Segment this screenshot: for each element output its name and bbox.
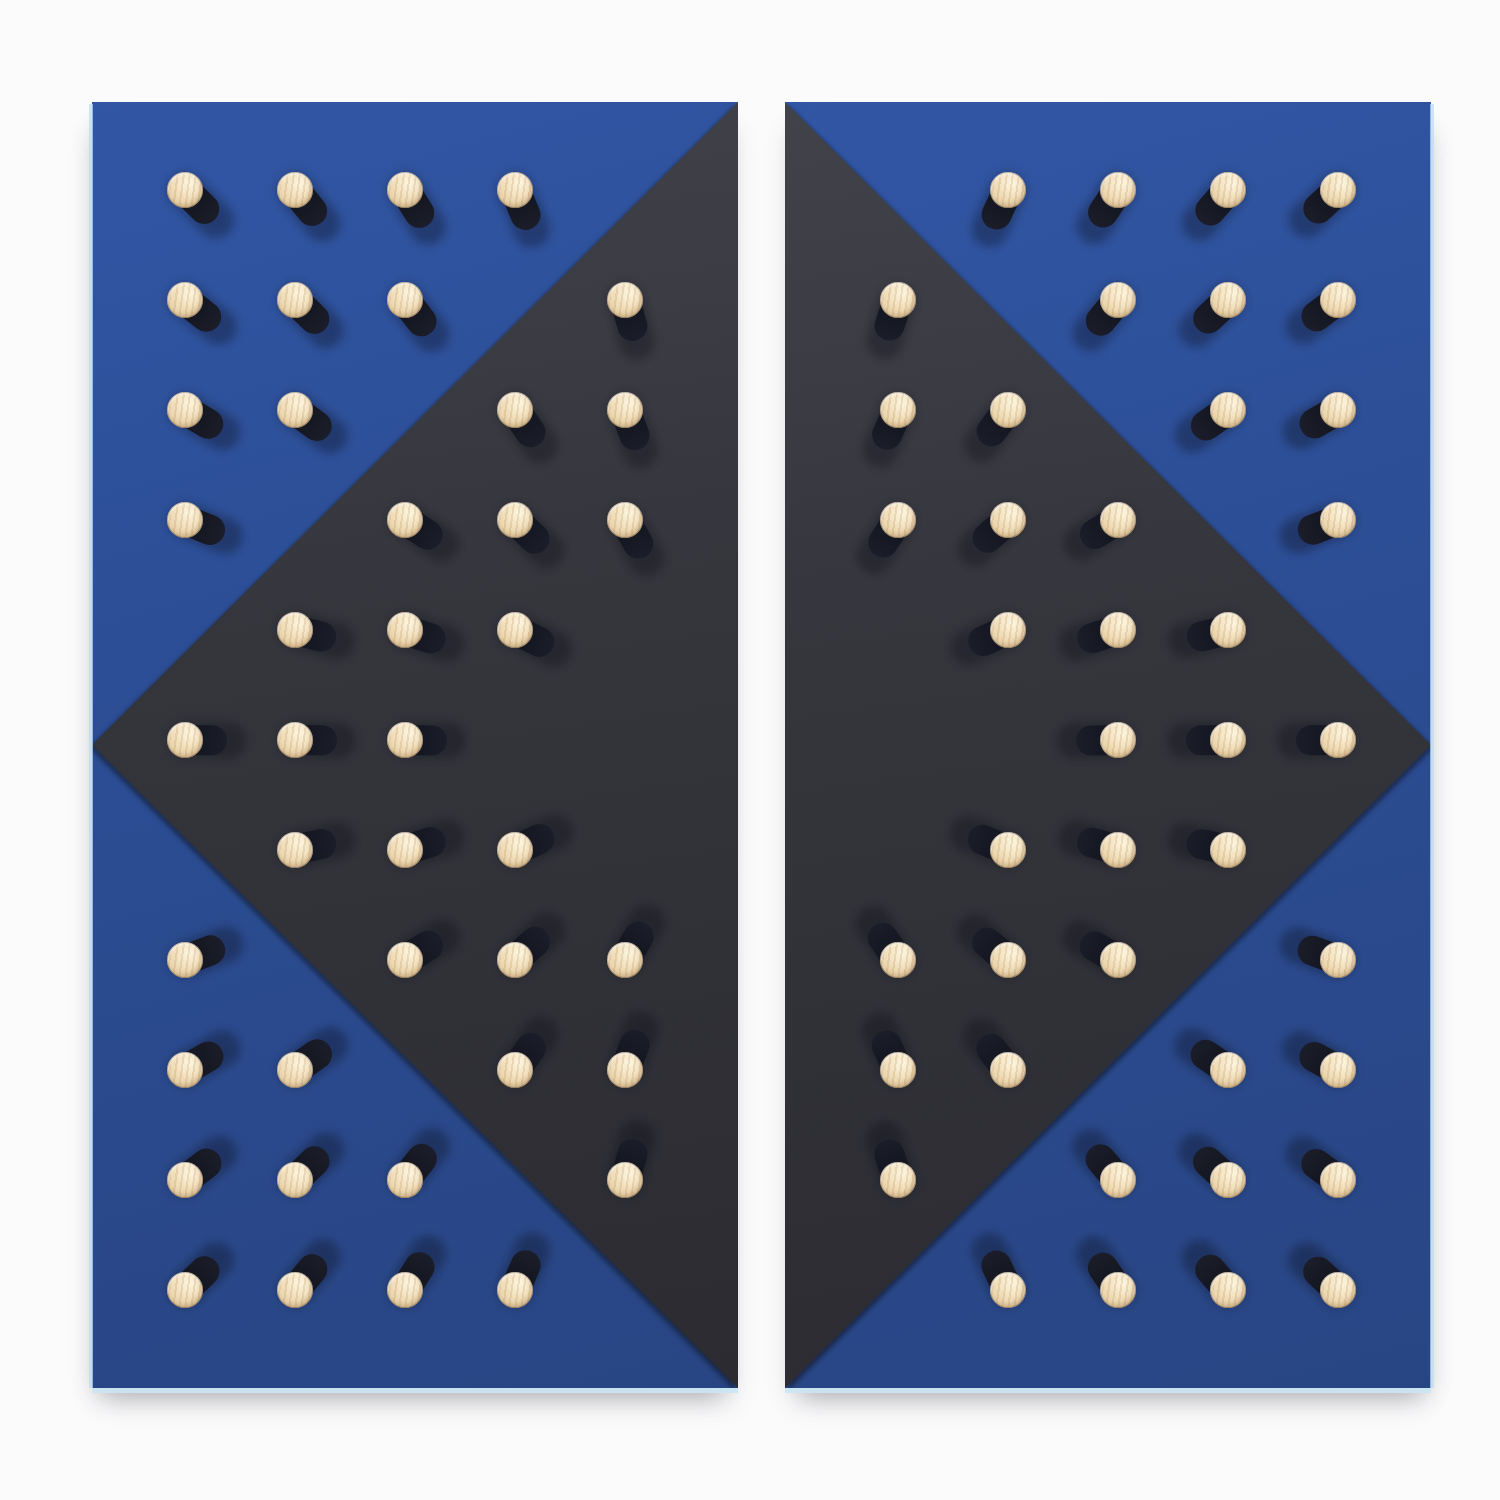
wood-peg[interactable]: [277, 1052, 313, 1088]
board-cell: [570, 465, 680, 575]
wood-peg[interactable]: [1100, 942, 1136, 978]
wood-peg-top: [277, 392, 313, 428]
board-cell: [1283, 685, 1393, 795]
wood-peg[interactable]: [497, 502, 533, 538]
wood-peg[interactable]: [1100, 282, 1136, 318]
wood-peg-top: [1210, 1272, 1246, 1308]
board-cell: [1173, 795, 1283, 905]
wood-peg-top: [607, 1162, 643, 1198]
board-cell: [130, 685, 240, 795]
wood-peg[interactable]: [990, 612, 1026, 648]
board-cell: [240, 135, 350, 245]
board-cell: [1173, 355, 1283, 465]
wood-peg[interactable]: [387, 722, 423, 758]
wood-peg[interactable]: [880, 392, 916, 428]
board-cell: [240, 465, 350, 575]
wood-peg[interactable]: [880, 502, 916, 538]
wood-peg[interactable]: [1320, 722, 1356, 758]
wood-peg-top: [1320, 1162, 1356, 1198]
board-cell: [240, 685, 350, 795]
board-cell: [1063, 905, 1173, 1015]
board-cell: [953, 465, 1063, 575]
wood-peg-top: [277, 1052, 313, 1088]
wood-peg[interactable]: [497, 392, 533, 428]
right-panel-bottom-edge: [785, 1388, 1431, 1393]
board-cell: [953, 135, 1063, 245]
wood-peg-top: [497, 172, 533, 208]
board-cell: [460, 1015, 570, 1125]
board-cell: [1063, 135, 1173, 245]
wood-peg[interactable]: [277, 172, 313, 208]
board-cell: [460, 245, 570, 355]
wood-peg-top: [387, 942, 423, 978]
board-cell: [953, 355, 1063, 465]
right-panel-outer-edge: [1430, 104, 1434, 1388]
wood-peg-top: [607, 502, 643, 538]
wood-peg[interactable]: [1210, 832, 1246, 868]
wood-peg-top: [277, 612, 313, 648]
wood-peg[interactable]: [1210, 1272, 1246, 1308]
wood-peg[interactable]: [387, 832, 423, 868]
board-cell: [953, 1015, 1063, 1125]
wood-peg[interactable]: [1210, 172, 1246, 208]
wood-peg[interactable]: [167, 942, 203, 978]
board-cell: [843, 1125, 953, 1235]
wood-peg-top: [277, 1272, 313, 1308]
board-cell: [350, 1125, 460, 1235]
wood-peg-top: [167, 1162, 203, 1198]
board-cell: [240, 575, 350, 685]
wood-peg-top: [990, 832, 1026, 868]
wood-peg[interactable]: [1320, 1162, 1356, 1198]
wood-peg-top: [277, 722, 313, 758]
board-cell: [350, 575, 460, 685]
wood-peg-top: [880, 282, 916, 318]
wood-peg-top: [497, 612, 533, 648]
left-panel: [92, 102, 738, 1388]
board-cell: [240, 1235, 350, 1345]
wood-peg[interactable]: [387, 172, 423, 208]
wood-peg-top: [880, 1052, 916, 1088]
wood-peg[interactable]: [1320, 172, 1356, 208]
wood-peg[interactable]: [1320, 1272, 1356, 1308]
left-panel-outer-edge: [89, 104, 93, 1388]
wood-peg[interactable]: [607, 502, 643, 538]
wood-peg[interactable]: [607, 942, 643, 978]
board-cell: [1063, 245, 1173, 355]
board-cell: [240, 905, 350, 1015]
wood-peg[interactable]: [497, 942, 533, 978]
board-cell: [570, 575, 680, 685]
board-cell: [130, 905, 240, 1015]
wood-peg-top: [1320, 1052, 1356, 1088]
wood-peg[interactable]: [387, 282, 423, 318]
wood-peg-top: [607, 392, 643, 428]
wood-peg-top: [387, 502, 423, 538]
wood-peg[interactable]: [497, 612, 533, 648]
board-cell: [460, 575, 570, 685]
board-cell: [1283, 1125, 1393, 1235]
board-cell: [1063, 1125, 1173, 1235]
board-cell: [843, 685, 953, 795]
board-cell: [843, 465, 953, 575]
board-cell: [1063, 355, 1173, 465]
wood-peg-top: [1210, 722, 1246, 758]
board-cell: [1173, 685, 1283, 795]
wood-peg-top: [1100, 1162, 1136, 1198]
board-cell: [130, 245, 240, 355]
wood-peg-top: [387, 1272, 423, 1308]
wood-peg-top: [1100, 1272, 1136, 1308]
wood-peg-top: [387, 282, 423, 318]
wood-peg[interactable]: [1210, 722, 1246, 758]
wood-peg-top: [880, 1162, 916, 1198]
wood-peg[interactable]: [1210, 392, 1246, 428]
board-cell: [1283, 575, 1393, 685]
wood-peg[interactable]: [167, 172, 203, 208]
board-cell: [350, 465, 460, 575]
board-cell: [350, 685, 460, 795]
board-cell: [460, 685, 570, 795]
wood-peg[interactable]: [277, 722, 313, 758]
wood-peg[interactable]: [277, 282, 313, 318]
wood-peg[interactable]: [880, 1162, 916, 1198]
board-cell: [130, 1015, 240, 1125]
board-cell: [953, 1235, 1063, 1345]
wood-peg-top: [167, 172, 203, 208]
wood-peg[interactable]: [167, 1052, 203, 1088]
wood-peg[interactable]: [387, 612, 423, 648]
board-cell: [1283, 465, 1393, 575]
board-cell: [843, 575, 953, 685]
wood-peg-top: [497, 392, 533, 428]
wood-peg-top: [880, 942, 916, 978]
wood-peg-top: [277, 282, 313, 318]
board-cell: [1063, 575, 1173, 685]
wood-peg-top: [497, 832, 533, 868]
board-cell: [570, 685, 680, 795]
wood-peg[interactable]: [167, 502, 203, 538]
wood-peg[interactable]: [497, 172, 533, 208]
board-cell: [460, 1235, 570, 1345]
wood-peg[interactable]: [1210, 1162, 1246, 1198]
wood-peg-top: [1100, 502, 1136, 538]
board-cell: [1283, 135, 1393, 245]
board-cell: [1283, 905, 1393, 1015]
wood-peg[interactable]: [277, 1162, 313, 1198]
board-cell: [570, 1235, 680, 1345]
board-cell: [570, 135, 680, 245]
board-cell: [1283, 795, 1393, 905]
wood-peg-top: [1100, 832, 1136, 868]
wood-peg-top: [1210, 1052, 1246, 1088]
wood-peg[interactable]: [607, 1052, 643, 1088]
wood-peg-top: [1320, 1272, 1356, 1308]
wood-peg-top: [1100, 942, 1136, 978]
wood-peg-top: [1210, 612, 1246, 648]
wood-peg-top: [1320, 502, 1356, 538]
board-cell: [130, 795, 240, 905]
wood-peg-top: [167, 1052, 203, 1088]
board-cell: [1063, 685, 1173, 795]
wood-peg[interactable]: [1210, 612, 1246, 648]
board-cell: [350, 245, 460, 355]
board-cell: [1283, 1015, 1393, 1125]
wood-peg-top: [497, 942, 533, 978]
wood-peg-top: [277, 1162, 313, 1198]
board-cell: [1173, 1125, 1283, 1235]
wood-peg[interactable]: [277, 392, 313, 428]
wood-peg-top: [167, 942, 203, 978]
board-cell: [1173, 465, 1283, 575]
board-cell: [460, 135, 570, 245]
wood-peg-top: [277, 172, 313, 208]
board-cell: [130, 575, 240, 685]
board-cell: [843, 795, 953, 905]
wood-peg-top: [167, 722, 203, 758]
wood-peg[interactable]: [880, 942, 916, 978]
board-cell: [1283, 355, 1393, 465]
board-cell: [570, 1015, 680, 1125]
board-cell: [1173, 245, 1283, 355]
board-cell: [1063, 1015, 1173, 1125]
wood-peg-top: [387, 832, 423, 868]
wood-peg-top: [497, 502, 533, 538]
wood-peg[interactable]: [1100, 612, 1136, 648]
wood-peg-top: [497, 1272, 533, 1308]
wood-peg[interactable]: [167, 1162, 203, 1198]
wood-peg-top: [1210, 1162, 1246, 1198]
wood-peg-top: [1320, 392, 1356, 428]
board-cell: [843, 905, 953, 1015]
wood-peg[interactable]: [167, 1272, 203, 1308]
board-cell: [240, 355, 350, 465]
wood-peg[interactable]: [1100, 832, 1136, 868]
board-cell: [843, 355, 953, 465]
wood-peg[interactable]: [1320, 282, 1356, 318]
wood-peg-top: [990, 1052, 1026, 1088]
board-cell: [953, 685, 1063, 795]
board-cell: [130, 1235, 240, 1345]
wood-peg[interactable]: [880, 1052, 916, 1088]
board-cell: [953, 795, 1063, 905]
right-panel: [785, 102, 1431, 1388]
left-peg-grid: [130, 135, 680, 1345]
board-cell: [570, 905, 680, 1015]
board-cell: [953, 575, 1063, 685]
wood-peg[interactable]: [387, 502, 423, 538]
wood-peg-top: [1320, 282, 1356, 318]
board-cell: [130, 1125, 240, 1235]
wood-peg-top: [1100, 282, 1136, 318]
wood-peg-top: [607, 1052, 643, 1088]
board-cell: [1173, 1235, 1283, 1345]
board-cell: [570, 1125, 680, 1235]
board-cell: [240, 245, 350, 355]
wood-peg-top: [387, 172, 423, 208]
wood-peg[interactable]: [1100, 722, 1136, 758]
wood-peg-top: [607, 282, 643, 318]
wood-peg[interactable]: [167, 722, 203, 758]
wood-peg-top: [277, 832, 313, 868]
wood-peg[interactable]: [277, 832, 313, 868]
wood-peg[interactable]: [167, 282, 203, 318]
board-cell: [1173, 135, 1283, 245]
board-cell: [570, 795, 680, 905]
wood-peg[interactable]: [277, 1272, 313, 1308]
wood-peg[interactable]: [990, 832, 1026, 868]
wood-peg[interactable]: [1210, 282, 1246, 318]
wood-peg-top: [167, 1272, 203, 1308]
board-cell: [1173, 575, 1283, 685]
wood-peg-top: [990, 612, 1026, 648]
wood-peg-top: [1210, 832, 1246, 868]
wood-peg-top: [990, 172, 1026, 208]
board-cell: [350, 1235, 460, 1345]
board-cell: [350, 135, 460, 245]
wood-peg-top: [167, 502, 203, 538]
board-cell: [1063, 795, 1173, 905]
wood-peg-top: [387, 1162, 423, 1198]
wood-peg-top: [1100, 172, 1136, 208]
wood-peg[interactable]: [1100, 1162, 1136, 1198]
wood-peg[interactable]: [1320, 942, 1356, 978]
wood-peg[interactable]: [607, 282, 643, 318]
wood-peg[interactable]: [990, 1052, 1026, 1088]
wood-peg[interactable]: [497, 832, 533, 868]
board-cell: [240, 1125, 350, 1235]
wood-peg[interactable]: [387, 942, 423, 978]
wood-peg[interactable]: [990, 502, 1026, 538]
wood-peg[interactable]: [1320, 392, 1356, 428]
board-cell: [130, 465, 240, 575]
left-panel-bottom-edge: [92, 1388, 738, 1393]
wood-peg-top: [1320, 172, 1356, 208]
wood-peg[interactable]: [1100, 172, 1136, 208]
wood-peg-top: [1100, 722, 1136, 758]
wood-peg[interactable]: [607, 1162, 643, 1198]
board-cell: [460, 905, 570, 1015]
board-cell: [953, 905, 1063, 1015]
wood-peg[interactable]: [497, 1272, 533, 1308]
wood-peg-top: [1100, 612, 1136, 648]
wood-peg[interactable]: [167, 392, 203, 428]
board-cell: [953, 1125, 1063, 1235]
wood-peg[interactable]: [387, 1162, 423, 1198]
board-cell: [843, 1235, 953, 1345]
wood-peg[interactable]: [990, 392, 1026, 428]
board-cell: [350, 1015, 460, 1125]
wood-peg-top: [167, 392, 203, 428]
wood-peg-top: [990, 942, 1026, 978]
wood-peg-top: [990, 502, 1026, 538]
board-cell: [570, 355, 680, 465]
board-cell: [350, 355, 460, 465]
wood-peg[interactable]: [607, 392, 643, 428]
wood-peg-top: [387, 612, 423, 648]
wood-peg-top: [1210, 172, 1246, 208]
board-cell: [570, 245, 680, 355]
wood-peg[interactable]: [880, 282, 916, 318]
wood-peg-top: [1210, 392, 1246, 428]
wood-peg-top: [990, 1272, 1026, 1308]
board-cell: [460, 355, 570, 465]
wood-peg-top: [880, 502, 916, 538]
wood-peg-top: [880, 392, 916, 428]
board-cell: [843, 1015, 953, 1125]
board-cell: [130, 355, 240, 465]
board-cell: [350, 795, 460, 905]
wood-peg-top: [167, 282, 203, 318]
board-cell: [843, 135, 953, 245]
wood-peg-top: [990, 392, 1026, 428]
wood-peg-top: [1320, 722, 1356, 758]
board-cell: [350, 905, 460, 1015]
board-cell: [240, 1015, 350, 1125]
wood-peg[interactable]: [990, 1272, 1026, 1308]
board-cell: [1283, 245, 1393, 355]
wood-peg[interactable]: [497, 1052, 533, 1088]
wood-peg[interactable]: [1320, 502, 1356, 538]
wood-peg-top: [1320, 942, 1356, 978]
board-cell: [460, 795, 570, 905]
board-cell: [130, 135, 240, 245]
wood-peg[interactable]: [387, 1272, 423, 1308]
wood-peg[interactable]: [1100, 1272, 1136, 1308]
wood-peg[interactable]: [1100, 502, 1136, 538]
board-cell: [460, 1125, 570, 1235]
wood-peg[interactable]: [1210, 1052, 1246, 1088]
board-cell: [1283, 1235, 1393, 1345]
wood-peg-top: [497, 1052, 533, 1088]
board-cell: [1063, 1235, 1173, 1345]
right-peg-grid: [843, 135, 1393, 1345]
board-cell: [953, 245, 1063, 355]
wood-peg-top: [607, 942, 643, 978]
wood-peg[interactable]: [1320, 1052, 1356, 1088]
board-cell: [843, 245, 953, 355]
wood-peg-top: [387, 722, 423, 758]
wood-peg[interactable]: [990, 942, 1026, 978]
wood-peg-top: [1210, 282, 1246, 318]
wood-peg[interactable]: [277, 612, 313, 648]
wood-peg[interactable]: [990, 172, 1026, 208]
board-cell: [1063, 465, 1173, 575]
board-cell: [1173, 1015, 1283, 1125]
board-cell: [240, 795, 350, 905]
wall-background: [0, 0, 1500, 1500]
board-cell: [1173, 905, 1283, 1015]
board-cell: [460, 465, 570, 575]
